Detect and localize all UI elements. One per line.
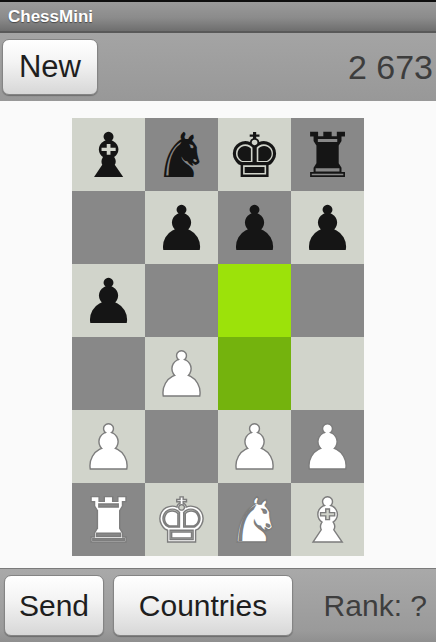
new-button[interactable]: New: [2, 39, 98, 95]
square-a3[interactable]: [72, 337, 145, 410]
square-c6[interactable]: ♚: [218, 118, 291, 191]
white-pawn-piece: ♟: [154, 341, 210, 406]
white-pawn-piece: ♟: [227, 414, 283, 479]
black-pawn-piece: ♟: [227, 195, 283, 260]
square-a4[interactable]: ♟: [72, 264, 145, 337]
top-toolbar: New 2 673: [0, 33, 436, 101]
content-area: ♝♞♚♜♟♟♟♟♟♟♟♟♜♚♞♝: [0, 101, 436, 568]
black-rook-piece: ♜: [300, 122, 356, 187]
square-b4[interactable]: [145, 264, 218, 337]
square-b6[interactable]: ♞: [145, 118, 218, 191]
app-screen: ChessMini New 2 673 ♝♞♚♜♟♟♟♟♟♟♟♟♜♚♞♝ Sen…: [0, 0, 436, 642]
square-b3[interactable]: ♟: [145, 337, 218, 410]
square-c4[interactable]: [218, 264, 291, 337]
white-rook-piece: ♜: [81, 487, 137, 552]
square-d5[interactable]: ♟: [291, 191, 364, 264]
white-king-piece: ♚: [154, 487, 210, 552]
title-bar: ChessMini: [0, 0, 436, 33]
square-b2[interactable]: [145, 410, 218, 483]
square-a1[interactable]: ♜: [72, 483, 145, 556]
square-a6[interactable]: ♝: [72, 118, 145, 191]
black-pawn-piece: ♟: [81, 268, 137, 333]
square-c1[interactable]: ♞: [218, 483, 291, 556]
square-d4[interactable]: [291, 264, 364, 337]
white-pawn-piece: ♟: [300, 414, 356, 479]
send-button[interactable]: Send: [4, 575, 104, 636]
square-a2[interactable]: ♟: [72, 410, 145, 483]
square-a5[interactable]: [72, 191, 145, 264]
square-d2[interactable]: ♟: [291, 410, 364, 483]
black-king-piece: ♚: [227, 122, 283, 187]
chess-board: ♝♞♚♜♟♟♟♟♟♟♟♟♜♚♞♝: [72, 118, 364, 556]
square-c3[interactable]: [218, 337, 291, 410]
rank-label: Rank: ?: [324, 589, 432, 623]
square-c2[interactable]: ♟: [218, 410, 291, 483]
square-b1[interactable]: ♚: [145, 483, 218, 556]
square-d6[interactable]: ♜: [291, 118, 364, 191]
white-knight-piece: ♞: [227, 487, 283, 552]
square-b5[interactable]: ♟: [145, 191, 218, 264]
black-knight-piece: ♞: [154, 122, 210, 187]
black-pawn-piece: ♟: [154, 195, 210, 260]
white-pawn-piece: ♟: [81, 414, 137, 479]
countries-button[interactable]: Countries: [113, 575, 293, 636]
app-title: ChessMini: [8, 7, 93, 27]
square-d1[interactable]: ♝: [291, 483, 364, 556]
square-d3[interactable]: [291, 337, 364, 410]
bottom-toolbar: Send Countries Rank: ?: [0, 568, 436, 642]
black-pawn-piece: ♟: [300, 195, 356, 260]
square-c5[interactable]: ♟: [218, 191, 291, 264]
white-bishop-piece: ♝: [300, 487, 356, 552]
black-bishop-piece: ♝: [81, 122, 137, 187]
score-value: 2 673: [348, 48, 434, 87]
